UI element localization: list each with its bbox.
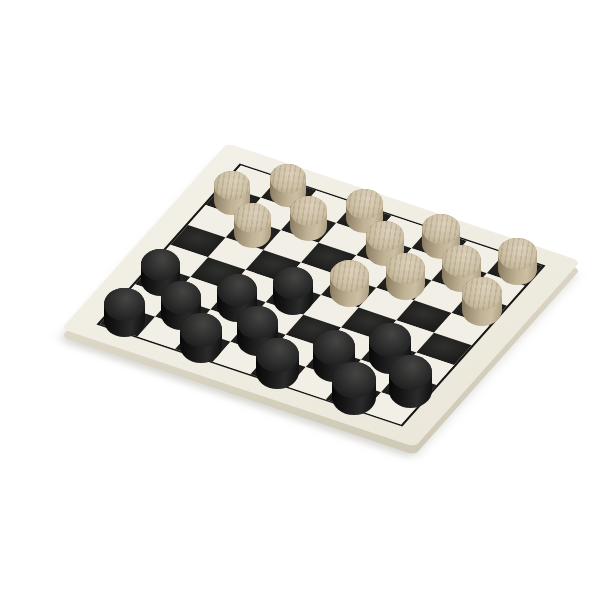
checker-piece-dark-r5c4: ⛂ xyxy=(273,267,312,315)
pieces-layer: ⛀⛀⛀⛀⛀⛀⛀⛀⛀⛂⛀⛀⛂⛂⛀⛂⛂⛂⛂⛂⛂⛂⛂⛂ xyxy=(0,0,600,600)
checker-piece-dark-r7c8: ⛂ xyxy=(389,355,432,407)
checker-piece-dark-r8c5: ⛂ xyxy=(256,338,298,389)
checker-piece-dark-r8c1: ⛂ xyxy=(104,288,144,337)
product-photo-scene: ⛀⛀⛀⛀⛀⛀⛀⛀⛀⛂⛀⛀⛂⛂⛀⛂⛂⛂⛂⛂⛂⛂⛂⛂ xyxy=(0,0,600,600)
checker-piece-light-r3c8: ⛀ xyxy=(462,277,502,326)
checker-piece-light-r1c8: ⛀ xyxy=(498,238,536,285)
checker-piece-light-r3c6: ⛀ xyxy=(386,253,425,300)
checker-piece-light-r4c5: ⛀ xyxy=(330,260,369,308)
checker-piece-dark-r8c3: ⛂ xyxy=(180,313,221,363)
checker-piece-light-r2c3: ⛀ xyxy=(290,196,327,241)
checker-piece-light-r3c2: ⛀ xyxy=(234,203,271,248)
checker-piece-dark-r8c7: ⛂ xyxy=(332,362,375,415)
